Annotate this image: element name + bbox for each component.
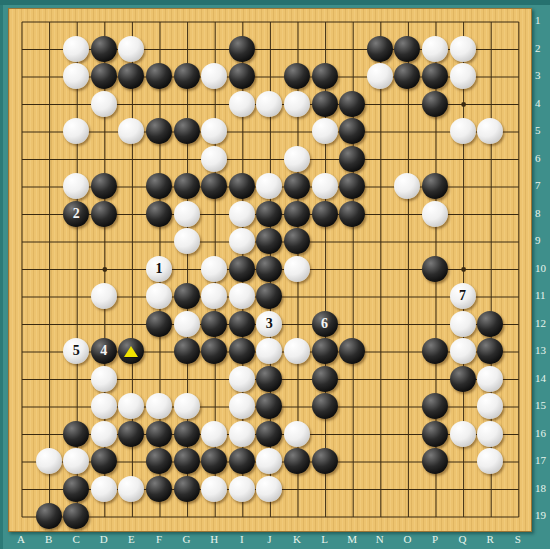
board-cell-C3[interactable] — [62, 62, 90, 90]
board-cell-S1[interactable] — [504, 7, 532, 35]
board-cell-I16[interactable] — [228, 420, 256, 448]
board-cell-E18[interactable] — [118, 475, 146, 503]
board-cell-M9[interactable] — [338, 227, 366, 255]
board-cell-N8[interactable] — [366, 200, 394, 228]
board-cell-F15[interactable] — [145, 392, 173, 420]
board-cell-B2[interactable] — [35, 35, 63, 63]
board-cell-K6[interactable] — [283, 145, 311, 173]
board-cell-H11[interactable] — [200, 282, 228, 310]
board-cell-F2[interactable] — [145, 35, 173, 63]
board-cell-N16[interactable] — [366, 420, 394, 448]
board-cell-M13[interactable] — [338, 337, 366, 365]
board-cell-R14[interactable] — [476, 365, 504, 393]
board-cell-H14[interactable] — [200, 365, 228, 393]
board-cell-N3[interactable] — [366, 62, 394, 90]
board-cell-N18[interactable] — [366, 475, 394, 503]
board-cell-L16[interactable] — [311, 420, 339, 448]
board-cell-M10[interactable] — [338, 255, 366, 283]
board-cell-K1[interactable] — [283, 7, 311, 35]
board-cell-G8[interactable] — [173, 200, 201, 228]
board-cell-A4[interactable] — [7, 90, 35, 118]
board-cell-A7[interactable] — [7, 172, 35, 200]
board-cell-O3[interactable] — [394, 62, 422, 90]
board-cell-E15[interactable] — [118, 392, 146, 420]
board-cell-K10[interactable] — [283, 255, 311, 283]
board-cell-B12[interactable] — [35, 310, 63, 338]
board-cell-C8[interactable]: 2 — [62, 200, 90, 228]
board-cell-F7[interactable] — [145, 172, 173, 200]
board-cell-P14[interactable] — [421, 365, 449, 393]
board-cell-F12[interactable] — [145, 310, 173, 338]
board-cell-J15[interactable] — [256, 392, 284, 420]
board-cell-S19[interactable] — [504, 502, 532, 530]
board-cell-M4[interactable] — [338, 90, 366, 118]
board-cell-Q16[interactable] — [449, 420, 477, 448]
board-cell-S17[interactable] — [504, 447, 532, 475]
board-cell-E7[interactable] — [118, 172, 146, 200]
board-cell-B8[interactable] — [35, 200, 63, 228]
board-cell-R7[interactable] — [476, 172, 504, 200]
board-cell-P18[interactable] — [421, 475, 449, 503]
board-cell-H7[interactable] — [200, 172, 228, 200]
board-cell-E1[interactable] — [118, 7, 146, 35]
board-cell-N19[interactable] — [366, 502, 394, 530]
board-cell-K4[interactable] — [283, 90, 311, 118]
board-cell-N14[interactable] — [366, 365, 394, 393]
board-cell-P5[interactable] — [421, 117, 449, 145]
board-cell-F4[interactable] — [145, 90, 173, 118]
board-cell-Q18[interactable] — [449, 475, 477, 503]
board-cell-P11[interactable] — [421, 282, 449, 310]
board-cell-D17[interactable] — [90, 447, 118, 475]
board-cell-L3[interactable] — [311, 62, 339, 90]
board-cell-C13[interactable]: 5 — [62, 337, 90, 365]
board-cell-H17[interactable] — [200, 447, 228, 475]
board-cell-O7[interactable] — [394, 172, 422, 200]
board-cell-G15[interactable] — [173, 392, 201, 420]
board-cell-K3[interactable] — [283, 62, 311, 90]
board-cell-R19[interactable] — [476, 502, 504, 530]
board-cell-F3[interactable] — [145, 62, 173, 90]
board-cell-L14[interactable] — [311, 365, 339, 393]
board-cell-A2[interactable] — [7, 35, 35, 63]
board-cell-I8[interactable] — [228, 200, 256, 228]
board-cell-J18[interactable] — [256, 475, 284, 503]
board-cell-P8[interactable] — [421, 200, 449, 228]
board-cell-E11[interactable] — [118, 282, 146, 310]
board-cell-G18[interactable] — [173, 475, 201, 503]
board-cell-C1[interactable] — [62, 7, 90, 35]
board-cell-L12[interactable]: 6 — [311, 310, 339, 338]
board-cell-D18[interactable] — [90, 475, 118, 503]
board-cell-I15[interactable] — [228, 392, 256, 420]
board-cell-H5[interactable] — [200, 117, 228, 145]
board-cell-I10[interactable] — [228, 255, 256, 283]
board-cell-J3[interactable] — [256, 62, 284, 90]
board-cell-C18[interactable] — [62, 475, 90, 503]
board-cell-I4[interactable] — [228, 90, 256, 118]
board-cell-G2[interactable] — [173, 35, 201, 63]
board-cell-C14[interactable] — [62, 365, 90, 393]
board-cell-E8[interactable] — [118, 200, 146, 228]
board-cell-N12[interactable] — [366, 310, 394, 338]
board-cell-B7[interactable] — [35, 172, 63, 200]
board-cell-B16[interactable] — [35, 420, 63, 448]
board-cell-M6[interactable] — [338, 145, 366, 173]
board-cell-O16[interactable] — [394, 420, 422, 448]
board-cell-G5[interactable] — [173, 117, 201, 145]
board-cell-D11[interactable] — [90, 282, 118, 310]
board-cell-I13[interactable] — [228, 337, 256, 365]
board-cell-L5[interactable] — [311, 117, 339, 145]
board-cell-D16[interactable] — [90, 420, 118, 448]
board-cell-O15[interactable] — [394, 392, 422, 420]
board-cell-S6[interactable] — [504, 145, 532, 173]
board-cell-E9[interactable] — [118, 227, 146, 255]
board-cell-H19[interactable] — [200, 502, 228, 530]
board-cell-P13[interactable] — [421, 337, 449, 365]
board-cell-D15[interactable] — [90, 392, 118, 420]
board-cell-Q12[interactable] — [449, 310, 477, 338]
board-cell-J9[interactable] — [256, 227, 284, 255]
board-cell-H10[interactable] — [200, 255, 228, 283]
board-cell-O14[interactable] — [394, 365, 422, 393]
board-cell-F1[interactable] — [145, 7, 173, 35]
board-cell-P6[interactable] — [421, 145, 449, 173]
board-cell-B13[interactable] — [35, 337, 63, 365]
board-cell-B6[interactable] — [35, 145, 63, 173]
board-cell-J2[interactable] — [256, 35, 284, 63]
board-cell-R9[interactable] — [476, 227, 504, 255]
board-cell-Q5[interactable] — [449, 117, 477, 145]
board-cell-F16[interactable] — [145, 420, 173, 448]
board-cell-M18[interactable] — [338, 475, 366, 503]
board-cell-M3[interactable] — [338, 62, 366, 90]
board-cell-E4[interactable] — [118, 90, 146, 118]
board-cell-F14[interactable] — [145, 365, 173, 393]
board-cell-E17[interactable] — [118, 447, 146, 475]
board-cell-F17[interactable] — [145, 447, 173, 475]
board-cell-R2[interactable] — [476, 35, 504, 63]
board-cell-A8[interactable] — [7, 200, 35, 228]
board-cell-F8[interactable] — [145, 200, 173, 228]
board-cell-G19[interactable] — [173, 502, 201, 530]
board-cell-R11[interactable] — [476, 282, 504, 310]
board-cell-E12[interactable] — [118, 310, 146, 338]
board-cell-K16[interactable] — [283, 420, 311, 448]
board-cell-K13[interactable] — [283, 337, 311, 365]
board-cell-R13[interactable] — [476, 337, 504, 365]
board-cell-G13[interactable] — [173, 337, 201, 365]
board-cell-F11[interactable] — [145, 282, 173, 310]
board-cell-H4[interactable] — [200, 90, 228, 118]
board-cell-A17[interactable] — [7, 447, 35, 475]
board-cell-S18[interactable] — [504, 475, 532, 503]
board-cell-F13[interactable] — [145, 337, 173, 365]
board-cell-E6[interactable] — [118, 145, 146, 173]
board-cell-S14[interactable] — [504, 365, 532, 393]
board-cell-J11[interactable] — [256, 282, 284, 310]
board-cell-H2[interactable] — [200, 35, 228, 63]
board-cell-P3[interactable] — [421, 62, 449, 90]
board-cell-P2[interactable] — [421, 35, 449, 63]
board-cell-H6[interactable] — [200, 145, 228, 173]
board-cell-L1[interactable] — [311, 7, 339, 35]
board-cell-N5[interactable] — [366, 117, 394, 145]
board-cell-A6[interactable] — [7, 145, 35, 173]
board-cell-Q13[interactable] — [449, 337, 477, 365]
board-cell-L13[interactable] — [311, 337, 339, 365]
board-cell-C2[interactable] — [62, 35, 90, 63]
board-cell-J4[interactable] — [256, 90, 284, 118]
board-cell-N10[interactable] — [366, 255, 394, 283]
board-cell-O10[interactable] — [394, 255, 422, 283]
board-cell-Q1[interactable] — [449, 7, 477, 35]
board-cell-C7[interactable] — [62, 172, 90, 200]
board-cell-M7[interactable] — [338, 172, 366, 200]
board-cell-D14[interactable] — [90, 365, 118, 393]
board-cell-J12[interactable]: 3 — [256, 310, 284, 338]
board-cell-O18[interactable] — [394, 475, 422, 503]
board-cell-B5[interactable] — [35, 117, 63, 145]
board-cell-K15[interactable] — [283, 392, 311, 420]
board-cell-D10[interactable] — [90, 255, 118, 283]
board-cell-Q4[interactable] — [449, 90, 477, 118]
board-cell-F5[interactable] — [145, 117, 173, 145]
board-cell-F6[interactable] — [145, 145, 173, 173]
board-cell-E2[interactable] — [118, 35, 146, 63]
board-cell-L19[interactable] — [311, 502, 339, 530]
board-cell-A3[interactable] — [7, 62, 35, 90]
board-cell-A5[interactable] — [7, 117, 35, 145]
board-cell-M11[interactable] — [338, 282, 366, 310]
board-cell-K5[interactable] — [283, 117, 311, 145]
board-cell-H12[interactable] — [200, 310, 228, 338]
board-cell-A14[interactable] — [7, 365, 35, 393]
board-cell-G14[interactable] — [173, 365, 201, 393]
board-cell-I17[interactable] — [228, 447, 256, 475]
board-cell-G3[interactable] — [173, 62, 201, 90]
board-cell-C16[interactable] — [62, 420, 90, 448]
board-cell-R16[interactable] — [476, 420, 504, 448]
board-cell-H16[interactable] — [200, 420, 228, 448]
board-cell-D6[interactable] — [90, 145, 118, 173]
board-cell-B9[interactable] — [35, 227, 63, 255]
board-cell-O6[interactable] — [394, 145, 422, 173]
board-cell-J17[interactable] — [256, 447, 284, 475]
board-cell-H15[interactable] — [200, 392, 228, 420]
board-cell-B1[interactable] — [35, 7, 63, 35]
board-cell-D1[interactable] — [90, 7, 118, 35]
board-cell-Q14[interactable] — [449, 365, 477, 393]
board-cell-I6[interactable] — [228, 145, 256, 173]
board-cell-E14[interactable] — [118, 365, 146, 393]
board-cell-N17[interactable] — [366, 447, 394, 475]
board-cell-C4[interactable] — [62, 90, 90, 118]
board-cell-S10[interactable] — [504, 255, 532, 283]
board-cell-B3[interactable] — [35, 62, 63, 90]
board-cell-E13[interactable] — [118, 337, 146, 365]
board-cell-D9[interactable] — [90, 227, 118, 255]
board-cell-J19[interactable] — [256, 502, 284, 530]
board-cell-S12[interactable] — [504, 310, 532, 338]
board-cell-R17[interactable] — [476, 447, 504, 475]
board-cell-I12[interactable] — [228, 310, 256, 338]
board-cell-N4[interactable] — [366, 90, 394, 118]
board-cell-C6[interactable] — [62, 145, 90, 173]
board-cell-M2[interactable] — [338, 35, 366, 63]
board-cell-L2[interactable] — [311, 35, 339, 63]
board-cell-L8[interactable] — [311, 200, 339, 228]
board-cell-Q9[interactable] — [449, 227, 477, 255]
board-cell-I3[interactable] — [228, 62, 256, 90]
board-cell-P1[interactable] — [421, 7, 449, 35]
board-cell-M14[interactable] — [338, 365, 366, 393]
board-cell-C19[interactable] — [62, 502, 90, 530]
board-cell-D5[interactable] — [90, 117, 118, 145]
board-cell-S7[interactable] — [504, 172, 532, 200]
board-cell-P12[interactable] — [421, 310, 449, 338]
board-cell-O11[interactable] — [394, 282, 422, 310]
board-cell-I5[interactable] — [228, 117, 256, 145]
board-cell-D2[interactable] — [90, 35, 118, 63]
board-cell-K9[interactable] — [283, 227, 311, 255]
board-cell-S2[interactable] — [504, 35, 532, 63]
board-cell-S11[interactable] — [504, 282, 532, 310]
board-cell-L11[interactable] — [311, 282, 339, 310]
board-cell-L6[interactable] — [311, 145, 339, 173]
board-cell-D12[interactable] — [90, 310, 118, 338]
board-cell-E10[interactable] — [118, 255, 146, 283]
board-cell-R10[interactable] — [476, 255, 504, 283]
board-cell-K14[interactable] — [283, 365, 311, 393]
board-cell-O13[interactable] — [394, 337, 422, 365]
board-cell-A18[interactable] — [7, 475, 35, 503]
board-cell-J5[interactable] — [256, 117, 284, 145]
board-cell-O9[interactable] — [394, 227, 422, 255]
board-cell-K7[interactable] — [283, 172, 311, 200]
board-cell-S5[interactable] — [504, 117, 532, 145]
board-cell-P17[interactable] — [421, 447, 449, 475]
board-cell-S16[interactable] — [504, 420, 532, 448]
board-cell-I1[interactable] — [228, 7, 256, 35]
board-cell-G1[interactable] — [173, 7, 201, 35]
board-cell-A9[interactable] — [7, 227, 35, 255]
board-cell-Q7[interactable] — [449, 172, 477, 200]
board-cell-R15[interactable] — [476, 392, 504, 420]
board-cell-B4[interactable] — [35, 90, 63, 118]
board-cell-S13[interactable] — [504, 337, 532, 365]
board-cell-L17[interactable] — [311, 447, 339, 475]
board-cell-I14[interactable] — [228, 365, 256, 393]
board-cell-N7[interactable] — [366, 172, 394, 200]
board-cell-B19[interactable] — [35, 502, 63, 530]
board-cell-Q15[interactable] — [449, 392, 477, 420]
board-cell-Q10[interactable] — [449, 255, 477, 283]
board-cell-J10[interactable] — [256, 255, 284, 283]
board-cell-P15[interactable] — [421, 392, 449, 420]
board-cell-S15[interactable] — [504, 392, 532, 420]
board-cell-J6[interactable] — [256, 145, 284, 173]
board-cell-M17[interactable] — [338, 447, 366, 475]
board-cell-L10[interactable] — [311, 255, 339, 283]
board-cell-R3[interactable] — [476, 62, 504, 90]
board-cell-E19[interactable] — [118, 502, 146, 530]
board-cell-L18[interactable] — [311, 475, 339, 503]
board-cell-D19[interactable] — [90, 502, 118, 530]
board-cell-O8[interactable] — [394, 200, 422, 228]
board-cell-E5[interactable] — [118, 117, 146, 145]
board-cell-J8[interactable] — [256, 200, 284, 228]
board-cell-S9[interactable] — [504, 227, 532, 255]
board-cell-S3[interactable] — [504, 62, 532, 90]
board-cell-B17[interactable] — [35, 447, 63, 475]
board-cell-J1[interactable] — [256, 7, 284, 35]
board-cell-Q2[interactable] — [449, 35, 477, 63]
board-cell-O2[interactable] — [394, 35, 422, 63]
board-cell-H13[interactable] — [200, 337, 228, 365]
board-cell-R1[interactable] — [476, 7, 504, 35]
board-cell-I2[interactable] — [228, 35, 256, 63]
board-cell-A16[interactable] — [7, 420, 35, 448]
board-cell-C9[interactable] — [62, 227, 90, 255]
board-cell-R18[interactable] — [476, 475, 504, 503]
board-cell-L15[interactable] — [311, 392, 339, 420]
board-cell-G17[interactable] — [173, 447, 201, 475]
board-cell-C17[interactable] — [62, 447, 90, 475]
board-cell-M16[interactable] — [338, 420, 366, 448]
board-cell-R4[interactable] — [476, 90, 504, 118]
board-cell-D4[interactable] — [90, 90, 118, 118]
board-cell-O5[interactable] — [394, 117, 422, 145]
board-cell-H3[interactable] — [200, 62, 228, 90]
board-cell-G9[interactable] — [173, 227, 201, 255]
board-cell-A19[interactable] — [7, 502, 35, 530]
board-cell-C15[interactable] — [62, 392, 90, 420]
board-cell-G7[interactable] — [173, 172, 201, 200]
board-cell-D13[interactable]: 4 — [90, 337, 118, 365]
board-cell-I11[interactable] — [228, 282, 256, 310]
board-cell-P4[interactable] — [421, 90, 449, 118]
board-cell-D7[interactable] — [90, 172, 118, 200]
board-cell-C10[interactable] — [62, 255, 90, 283]
board-cell-M12[interactable] — [338, 310, 366, 338]
board-cell-P10[interactable] — [421, 255, 449, 283]
board-cell-F10[interactable]: 1 — [145, 255, 173, 283]
board-cell-E16[interactable] — [118, 420, 146, 448]
board-cell-N6[interactable] — [366, 145, 394, 173]
board-cell-K11[interactable] — [283, 282, 311, 310]
board-cell-M5[interactable] — [338, 117, 366, 145]
board-cell-G12[interactable] — [173, 310, 201, 338]
board-cell-H1[interactable] — [200, 7, 228, 35]
board-cell-A15[interactable] — [7, 392, 35, 420]
board-cell-N2[interactable] — [366, 35, 394, 63]
board-cell-Q19[interactable] — [449, 502, 477, 530]
board-cell-A13[interactable] — [7, 337, 35, 365]
board-cell-R6[interactable] — [476, 145, 504, 173]
board-cell-N15[interactable] — [366, 392, 394, 420]
board-cell-N9[interactable] — [366, 227, 394, 255]
board-cell-B15[interactable] — [35, 392, 63, 420]
board-cell-S8[interactable] — [504, 200, 532, 228]
board-cell-F19[interactable] — [145, 502, 173, 530]
board-cell-J7[interactable] — [256, 172, 284, 200]
board-cell-H18[interactable] — [200, 475, 228, 503]
board-cell-K17[interactable] — [283, 447, 311, 475]
board-cell-K12[interactable] — [283, 310, 311, 338]
board-cell-I18[interactable] — [228, 475, 256, 503]
